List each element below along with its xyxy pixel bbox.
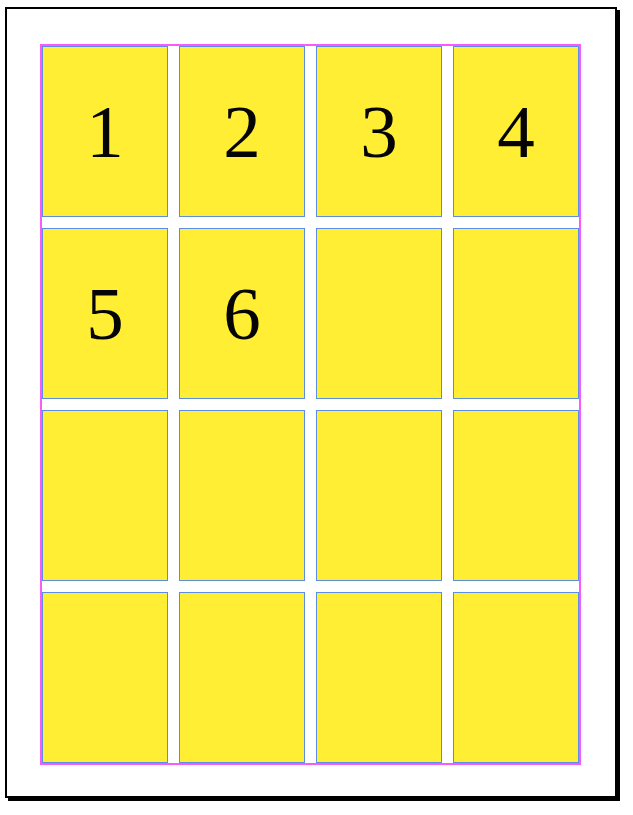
- grid-cell-r3c3: [316, 410, 442, 581]
- grid-cell-r4c1: [42, 592, 168, 763]
- grid-cell-r1c2: 2: [179, 46, 305, 217]
- grid-cell-r2c4: [453, 228, 579, 399]
- label-sheet-grid: 1 2 3 4 5 6: [40, 44, 581, 765]
- grid-cell-r2c2: 6: [179, 228, 305, 399]
- grid-cell-r3c1: [42, 410, 168, 581]
- grid-cell-r1c1: 1: [42, 46, 168, 217]
- grid-cell-r1c3: 3: [316, 46, 442, 217]
- grid-cell-r2c3: [316, 228, 442, 399]
- viewport: 1 2 3 4 5 6: [0, 0, 633, 815]
- grid-cell-r1c4: 4: [453, 46, 579, 217]
- grid-cell-r3c2: [179, 410, 305, 581]
- grid-cell-r3c4: [453, 410, 579, 581]
- grid-cell-r4c2: [179, 592, 305, 763]
- page: 1 2 3 4 5 6: [5, 7, 617, 798]
- grid-cell-r4c3: [316, 592, 442, 763]
- grid-cell-r2c1: 5: [42, 228, 168, 399]
- grid-cell-r4c4: [453, 592, 579, 763]
